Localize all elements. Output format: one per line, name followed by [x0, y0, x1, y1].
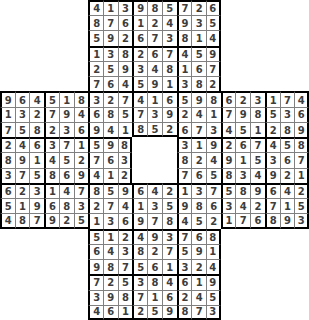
cell-r13-c11[interactable]: 5 [162, 198, 177, 213]
cell-r7-c16[interactable]: 9 [235, 107, 250, 122]
cell-r10-c7[interactable]: 6 [103, 152, 118, 167]
cell-r18-c10[interactable]: 8 [147, 274, 162, 289]
cell-r8-c20[interactable]: 9 [294, 122, 309, 137]
cell-r8-c11[interactable]: 2 [162, 122, 177, 137]
cell-r13-c14[interactable]: 6 [206, 198, 221, 213]
cell-r7-c18[interactable]: 5 [265, 107, 280, 122]
cell-r3-c11[interactable]: 7 [162, 46, 177, 61]
cell-r17-c14[interactable]: 4 [206, 259, 221, 274]
cell-r6-c15[interactable]: 6 [221, 91, 236, 106]
cell-r10-c17[interactable]: 5 [250, 152, 265, 167]
void-cell [29, 0, 44, 15]
cell-r6-c18[interactable]: 1 [265, 91, 280, 106]
cell-r18-c11[interactable]: 4 [162, 274, 177, 289]
cell-r13-c0[interactable]: 5 [0, 198, 15, 213]
cell-r0-c14[interactable]: 6 [206, 0, 221, 15]
cell-r1-c6[interactable]: 8 [88, 15, 103, 30]
cell-r11-c4[interactable]: 6 [59, 168, 74, 183]
cell-r19-c13[interactable]: 4 [191, 290, 206, 305]
cell-r10-c4[interactable]: 5 [59, 152, 74, 167]
cell-r12-c14[interactable]: 7 [206, 183, 221, 198]
cell-r8-c5[interactable]: 6 [74, 122, 89, 137]
cell-r6-c9[interactable]: 4 [132, 91, 147, 106]
cell-r1-c8[interactable]: 6 [118, 15, 133, 30]
cell-r8-c6[interactable]: 9 [88, 122, 103, 137]
cell-r11-c19[interactable]: 2 [280, 168, 295, 183]
cell-r10-c12[interactable]: 8 [177, 152, 192, 167]
cell-r18-c9[interactable]: 3 [132, 274, 147, 289]
cell-r13-c19[interactable]: 1 [280, 198, 295, 213]
cell-r14-c19[interactable]: 9 [280, 213, 295, 228]
cell-r2-c9[interactable]: 6 [132, 30, 147, 45]
cell-r12-c1[interactable]: 2 [15, 183, 30, 198]
cell-r19-c14[interactable]: 5 [206, 290, 221, 305]
cell-r9-c20[interactable]: 8 [294, 137, 309, 152]
cell-r16-c7[interactable]: 4 [103, 244, 118, 259]
cell-r18-c13[interactable]: 1 [191, 274, 206, 289]
cell-r14-c10[interactable]: 7 [147, 213, 162, 228]
cell-r15-c11[interactable]: 3 [162, 229, 177, 244]
void-cell [280, 46, 295, 61]
cell-r4-c8[interactable]: 9 [118, 61, 133, 76]
cell-r11-c1[interactable]: 7 [15, 168, 30, 183]
cell-r12-c11[interactable]: 2 [162, 183, 177, 198]
cell-r8-c1[interactable]: 5 [15, 122, 30, 137]
cell-r6-c19[interactable]: 7 [280, 91, 295, 106]
cell-r2-c11[interactable]: 3 [162, 30, 177, 45]
cell-r6-c14[interactable]: 8 [206, 91, 221, 106]
cell-r5-c9[interactable]: 5 [132, 76, 147, 91]
cell-r6-c7[interactable]: 2 [103, 91, 118, 106]
cell-r17-c6[interactable]: 9 [88, 259, 103, 274]
cell-r12-c15[interactable]: 5 [221, 183, 236, 198]
cell-r16-c10[interactable]: 2 [147, 244, 162, 259]
cell-r17-c8[interactable]: 7 [118, 259, 133, 274]
cell-r6-c20[interactable]: 4 [294, 91, 309, 106]
cell-r15-c7[interactable]: 1 [103, 229, 118, 244]
cell-r16-c9[interactable]: 8 [132, 244, 147, 259]
cell-r20-c14[interactable]: 3 [206, 305, 221, 320]
void-cell [265, 305, 280, 320]
cell-r6-c5[interactable]: 8 [74, 91, 89, 106]
cell-r10-c1[interactable]: 9 [15, 152, 30, 167]
cell-r14-c13[interactable]: 5 [191, 213, 206, 228]
cell-r7-c1[interactable]: 3 [15, 107, 30, 122]
cell-r20-c6[interactable]: 4 [88, 305, 103, 320]
cell-r12-c8[interactable]: 9 [118, 183, 133, 198]
cell-r19-c8[interactable]: 8 [118, 290, 133, 305]
cell-r16-c6[interactable]: 6 [88, 244, 103, 259]
cell-r9-c18[interactable]: 4 [265, 137, 280, 152]
cell-r11-c16[interactable]: 3 [235, 168, 250, 183]
cell-r14-c15[interactable]: 1 [221, 213, 236, 228]
cell-r14-c7[interactable]: 3 [103, 213, 118, 228]
cell-r11-c13[interactable]: 6 [191, 168, 206, 183]
cell-r13-c6[interactable]: 2 [88, 198, 103, 213]
cell-r3-c9[interactable]: 2 [132, 46, 147, 61]
cell-r16-c12[interactable]: 5 [177, 244, 192, 259]
cell-r7-c15[interactable]: 7 [221, 107, 236, 122]
cell-r8-c17[interactable]: 1 [250, 122, 265, 137]
cell-r11-c7[interactable]: 1 [103, 168, 118, 183]
void-cell [15, 61, 30, 76]
cell-r9-c1[interactable]: 4 [15, 137, 30, 152]
cell-r14-c17[interactable]: 6 [250, 213, 265, 228]
cell-r1-c10[interactable]: 2 [147, 15, 162, 30]
cell-r1-c13[interactable]: 3 [191, 15, 206, 30]
cell-r11-c0[interactable]: 3 [0, 168, 15, 183]
cell-r3-c8[interactable]: 8 [118, 46, 133, 61]
cell-r7-c10[interactable]: 3 [147, 107, 162, 122]
cell-r12-c2[interactable]: 3 [29, 183, 44, 198]
cell-r5-c14[interactable]: 2 [206, 76, 221, 91]
cell-r6-c0[interactable]: 9 [0, 91, 15, 106]
cell-r12-c12[interactable]: 1 [177, 183, 192, 198]
cell-r9-c13[interactable]: 1 [191, 137, 206, 152]
cell-r20-c7[interactable]: 6 [103, 305, 118, 320]
cell-r0-c10[interactable]: 8 [147, 0, 162, 15]
cell-r11-c5[interactable]: 9 [74, 168, 89, 183]
cell-r14-c3[interactable]: 9 [44, 213, 59, 228]
cell-r19-c7[interactable]: 9 [103, 290, 118, 305]
cell-r8-c14[interactable]: 3 [206, 122, 221, 137]
cell-r6-c3[interactable]: 5 [44, 91, 59, 106]
cell-r9-c17[interactable]: 7 [250, 137, 265, 152]
cell-r18-c6[interactable]: 7 [88, 274, 103, 289]
cell-r9-c12[interactable]: 3 [177, 137, 192, 152]
cell-r13-c9[interactable]: 1 [132, 198, 147, 213]
cell-r7-c11[interactable]: 9 [162, 107, 177, 122]
cell-r15-c13[interactable]: 6 [191, 229, 206, 244]
cell-r12-c4[interactable]: 4 [59, 183, 74, 198]
cell-r14-c12[interactable]: 4 [177, 213, 192, 228]
cell-r8-c3[interactable]: 2 [44, 122, 59, 137]
cell-r12-c16[interactable]: 8 [235, 183, 250, 198]
cell-r13-c13[interactable]: 8 [191, 198, 206, 213]
void-cell [15, 274, 30, 289]
cell-r15-c10[interactable]: 9 [147, 229, 162, 244]
cell-r12-c6[interactable]: 8 [88, 183, 103, 198]
cell-r13-c4[interactable]: 8 [59, 198, 74, 213]
cell-r9-c14[interactable]: 9 [206, 137, 221, 152]
cell-r12-c20[interactable]: 2 [294, 183, 309, 198]
cell-r17-c13[interactable]: 2 [191, 259, 206, 274]
cell-r7-c5[interactable]: 4 [74, 107, 89, 122]
cell-r17-c11[interactable]: 1 [162, 259, 177, 274]
cell-r2-c6[interactable]: 5 [88, 30, 103, 45]
cell-r10-c20[interactable]: 7 [294, 152, 309, 167]
cell-r13-c10[interactable]: 3 [147, 198, 162, 213]
cell-r15-c8[interactable]: 2 [118, 229, 133, 244]
cell-r10-c14[interactable]: 4 [206, 152, 221, 167]
cell-r11-c17[interactable]: 4 [250, 168, 265, 183]
cell-r14-c18[interactable]: 8 [265, 213, 280, 228]
cell-r9-c2[interactable]: 6 [29, 137, 44, 152]
cell-r6-c11[interactable]: 6 [162, 91, 177, 106]
cell-r7-c20[interactable]: 6 [294, 107, 309, 122]
cell-r13-c5[interactable]: 3 [74, 198, 89, 213]
cell-r7-c12[interactable]: 2 [177, 107, 192, 122]
cell-r7-c13[interactable]: 4 [191, 107, 206, 122]
cell-r6-c6[interactable]: 3 [88, 91, 103, 106]
cell-r8-c9[interactable]: 8 [132, 122, 147, 137]
cell-r14-c16[interactable]: 7 [235, 213, 250, 228]
cell-r6-c2[interactable]: 4 [29, 91, 44, 106]
void-cell [15, 30, 30, 45]
cell-r1-c12[interactable]: 9 [177, 15, 192, 30]
cell-r6-c10[interactable]: 1 [147, 91, 162, 106]
cell-r2-c8[interactable]: 2 [118, 30, 133, 45]
cell-r4-c13[interactable]: 6 [191, 61, 206, 76]
cell-r11-c8[interactable]: 2 [118, 168, 133, 183]
cell-r13-c17[interactable]: 2 [250, 198, 265, 213]
cell-r13-c12[interactable]: 9 [177, 198, 192, 213]
cell-r12-c17[interactable]: 9 [250, 183, 265, 198]
cell-r8-c19[interactable]: 8 [280, 122, 295, 137]
cell-r7-c6[interactable]: 6 [88, 107, 103, 122]
cell-r0-c12[interactable]: 7 [177, 0, 192, 15]
cell-r12-c13[interactable]: 3 [191, 183, 206, 198]
cell-r8-c10[interactable]: 5 [147, 122, 162, 137]
cell-r5-c11[interactable]: 1 [162, 76, 177, 91]
cell-r12-c9[interactable]: 6 [132, 183, 147, 198]
cell-r1-c7[interactable]: 7 [103, 15, 118, 30]
cell-r19-c6[interactable]: 3 [88, 290, 103, 305]
cell-r13-c8[interactable]: 4 [118, 198, 133, 213]
cell-r18-c14[interactable]: 9 [206, 274, 221, 289]
cell-r11-c18[interactable]: 9 [265, 168, 280, 183]
cell-r14-c8[interactable]: 6 [118, 213, 133, 228]
cell-r12-c7[interactable]: 5 [103, 183, 118, 198]
cell-r9-c3[interactable]: 3 [44, 137, 59, 152]
cell-r9-c8[interactable]: 8 [118, 137, 133, 152]
cell-r9-c19[interactable]: 5 [280, 137, 295, 152]
cell-r4-c9[interactable]: 3 [132, 61, 147, 76]
cell-r11-c6[interactable]: 4 [88, 168, 103, 183]
cell-r10-c19[interactable]: 6 [280, 152, 295, 167]
cell-r15-c14[interactable]: 8 [206, 229, 221, 244]
cell-r13-c7[interactable]: 7 [103, 198, 118, 213]
cell-r3-c14[interactable]: 9 [206, 46, 221, 61]
cell-r0-c11[interactable]: 5 [162, 0, 177, 15]
cell-r7-c9[interactable]: 7 [132, 107, 147, 122]
cell-r11-c12[interactable]: 7 [177, 168, 192, 183]
cell-r19-c9[interactable]: 7 [132, 290, 147, 305]
cell-r4-c12[interactable]: 1 [177, 61, 192, 76]
cell-r7-c2[interactable]: 2 [29, 107, 44, 122]
cell-r2-c12[interactable]: 8 [177, 30, 192, 45]
cell-r0-c6[interactable]: 4 [88, 0, 103, 15]
cell-r2-c14[interactable]: 4 [206, 30, 221, 45]
cell-r10-c18[interactable]: 3 [265, 152, 280, 167]
cell-r10-c2[interactable]: 1 [29, 152, 44, 167]
cell-r6-c1[interactable]: 6 [15, 91, 30, 106]
cell-r4-c14[interactable]: 7 [206, 61, 221, 76]
cell-r20-c13[interactable]: 7 [191, 305, 206, 320]
cell-r8-c12[interactable]: 6 [177, 122, 192, 137]
cell-r12-c18[interactable]: 6 [265, 183, 280, 198]
cell-r3-c13[interactable]: 5 [191, 46, 206, 61]
cell-r0-c9[interactable]: 9 [132, 0, 147, 15]
cell-r13-c1[interactable]: 1 [15, 198, 30, 213]
cell-r20-c12[interactable]: 8 [177, 305, 192, 320]
cell-r17-c7[interactable]: 8 [103, 259, 118, 274]
cell-r18-c7[interactable]: 2 [103, 274, 118, 289]
cell-r16-c14[interactable]: 1 [206, 244, 221, 259]
cell-r20-c10[interactable]: 5 [147, 305, 162, 320]
cell-r13-c16[interactable]: 4 [235, 198, 250, 213]
cell-r10-c13[interactable]: 2 [191, 152, 206, 167]
cell-r12-c0[interactable]: 6 [0, 183, 15, 198]
void-cell [294, 61, 309, 76]
cell-r7-c0[interactable]: 1 [0, 107, 15, 122]
cell-r13-c18[interactable]: 7 [265, 198, 280, 213]
cell-r8-c13[interactable]: 7 [191, 122, 206, 137]
cell-r19-c12[interactable]: 2 [177, 290, 192, 305]
cell-r14-c14[interactable]: 2 [206, 213, 221, 228]
cell-r20-c9[interactable]: 2 [132, 305, 147, 320]
cell-r10-c16[interactable]: 1 [235, 152, 250, 167]
cell-r7-c14[interactable]: 1 [206, 107, 221, 122]
cell-r11-c20[interactable]: 1 [294, 168, 309, 183]
void-cell [162, 137, 177, 152]
cell-r9-c5[interactable]: 1 [74, 137, 89, 152]
cell-r14-c2[interactable]: 7 [29, 213, 44, 228]
cell-r2-c7[interactable]: 9 [103, 30, 118, 45]
cell-r4-c7[interactable]: 5 [103, 61, 118, 76]
void-cell [0, 0, 15, 15]
cell-r14-c6[interactable]: 1 [88, 213, 103, 228]
cell-r3-c7[interactable]: 3 [103, 46, 118, 61]
cell-r3-c12[interactable]: 4 [177, 46, 192, 61]
cell-r18-c8[interactable]: 5 [118, 274, 133, 289]
cell-r15-c9[interactable]: 4 [132, 229, 147, 244]
cell-r8-c8[interactable]: 1 [118, 122, 133, 137]
cell-r11-c2[interactable]: 5 [29, 168, 44, 183]
cell-r11-c3[interactable]: 8 [44, 168, 59, 183]
cell-r11-c14[interactable]: 5 [206, 168, 221, 183]
cell-r1-c14[interactable]: 5 [206, 15, 221, 30]
cell-r7-c3[interactable]: 7 [44, 107, 59, 122]
cell-r13-c20[interactable]: 5 [294, 198, 309, 213]
cell-r5-c12[interactable]: 3 [177, 76, 192, 91]
cell-r12-c3[interactable]: 1 [44, 183, 59, 198]
cell-r6-c4[interactable]: 1 [59, 91, 74, 106]
cell-r12-c5[interactable]: 7 [74, 183, 89, 198]
cell-r17-c10[interactable]: 6 [147, 259, 162, 274]
cell-r8-c18[interactable]: 2 [265, 122, 280, 137]
cell-r14-c4[interactable]: 2 [59, 213, 74, 228]
cell-r3-c10[interactable]: 6 [147, 46, 162, 61]
cell-r13-c3[interactable]: 6 [44, 198, 59, 213]
cell-r9-c15[interactable]: 2 [221, 137, 236, 152]
cell-r9-c4[interactable]: 7 [59, 137, 74, 152]
cell-r9-c7[interactable]: 9 [103, 137, 118, 152]
cell-r8-c2[interactable]: 8 [29, 122, 44, 137]
cell-r0-c7[interactable]: 1 [103, 0, 118, 15]
cell-r8-c7[interactable]: 4 [103, 122, 118, 137]
cell-r9-c6[interactable]: 5 [88, 137, 103, 152]
cell-r14-c1[interactable]: 8 [15, 213, 30, 228]
cell-r0-c13[interactable]: 2 [191, 0, 206, 15]
cell-r15-c6[interactable]: 5 [88, 229, 103, 244]
cell-r10-c5[interactable]: 2 [74, 152, 89, 167]
cell-r15-c12[interactable]: 7 [177, 229, 192, 244]
cell-r2-c13[interactable]: 1 [191, 30, 206, 45]
cell-r12-c19[interactable]: 4 [280, 183, 295, 198]
cell-r5-c8[interactable]: 4 [118, 76, 133, 91]
cell-r1-c11[interactable]: 4 [162, 15, 177, 30]
cell-r4-c11[interactable]: 8 [162, 61, 177, 76]
cell-r19-c11[interactable]: 6 [162, 290, 177, 305]
cell-r11-c15[interactable]: 8 [221, 168, 236, 183]
cell-r20-c11[interactable]: 9 [162, 305, 177, 320]
cell-r7-c8[interactable]: 5 [118, 107, 133, 122]
cell-r3-c6[interactable]: 1 [88, 46, 103, 61]
cell-r6-c17[interactable]: 3 [250, 91, 265, 106]
cell-r6-c8[interactable]: 7 [118, 91, 133, 106]
void-cell [59, 0, 74, 15]
cell-r5-c6[interactable]: 7 [88, 76, 103, 91]
cell-r5-c13[interactable]: 8 [191, 76, 206, 91]
cell-r10-c8[interactable]: 3 [118, 152, 133, 167]
cell-r20-c8[interactable]: 1 [118, 305, 133, 320]
cell-r8-c16[interactable]: 5 [235, 122, 250, 137]
void-cell [59, 229, 74, 244]
cell-r9-c0[interactable]: 2 [0, 137, 15, 152]
cell-r14-c5[interactable]: 5 [74, 213, 89, 228]
cell-r16-c11[interactable]: 7 [162, 244, 177, 259]
cell-r6-c16[interactable]: 2 [235, 91, 250, 106]
cell-r6-c13[interactable]: 9 [191, 91, 206, 106]
cell-r12-c10[interactable]: 4 [147, 183, 162, 198]
cell-r17-c9[interactable]: 5 [132, 259, 147, 274]
cell-r17-c12[interactable]: 3 [177, 259, 192, 274]
cell-r10-c6[interactable]: 7 [88, 152, 103, 167]
cell-r0-c8[interactable]: 3 [118, 0, 133, 15]
cell-r7-c19[interactable]: 3 [280, 107, 295, 122]
cell-r9-c16[interactable]: 6 [235, 137, 250, 152]
cell-r16-c13[interactable]: 9 [191, 244, 206, 259]
cell-r14-c11[interactable]: 8 [162, 213, 177, 228]
cell-r13-c15[interactable]: 3 [221, 198, 236, 213]
cell-r6-c12[interactable]: 5 [177, 91, 192, 106]
void-cell [280, 274, 295, 289]
cell-r1-c9[interactable]: 1 [132, 15, 147, 30]
cell-r4-c6[interactable]: 2 [88, 61, 103, 76]
cell-r10-c3[interactable]: 4 [44, 152, 59, 167]
cell-r19-c10[interactable]: 1 [147, 290, 162, 305]
cell-r10-c15[interactable]: 9 [221, 152, 236, 167]
cell-r13-c2[interactable]: 9 [29, 198, 44, 213]
cell-r14-c0[interactable]: 4 [0, 213, 15, 228]
cell-r7-c7[interactable]: 8 [103, 107, 118, 122]
cell-r16-c8[interactable]: 3 [118, 244, 133, 259]
cell-r18-c12[interactable]: 6 [177, 274, 192, 289]
cell-r4-c10[interactable]: 4 [147, 61, 162, 76]
cell-r5-c7[interactable]: 6 [103, 76, 118, 91]
cell-r14-c9[interactable]: 9 [132, 213, 147, 228]
cell-r8-c4[interactable]: 3 [59, 122, 74, 137]
cell-r5-c10[interactable]: 9 [147, 76, 162, 91]
cell-r2-c10[interactable]: 7 [147, 30, 162, 45]
cell-r7-c17[interactable]: 8 [250, 107, 265, 122]
cell-r8-c15[interactable]: 4 [221, 122, 236, 137]
cell-r14-c20[interactable]: 3 [294, 213, 309, 228]
cell-r7-c4[interactable]: 9 [59, 107, 74, 122]
cell-r10-c0[interactable]: 8 [0, 152, 15, 167]
cell-r8-c0[interactable]: 7 [0, 122, 15, 137]
